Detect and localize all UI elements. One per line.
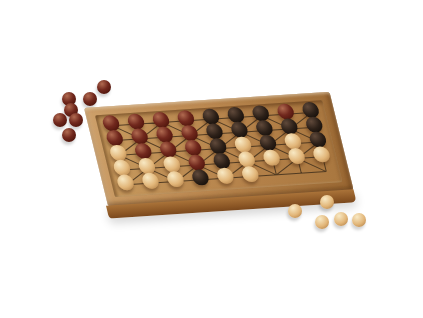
board-pieces-layer [95, 100, 322, 115]
captured-light-piece [334, 212, 348, 226]
product-photo-stage [0, 0, 423, 318]
fanorona-board [84, 92, 357, 220]
captured-light-piece [288, 204, 302, 218]
captured-light-piece [320, 195, 334, 209]
captured-dark-piece [62, 128, 76, 142]
captured-dark-piece [69, 113, 83, 127]
captured-dark-piece [97, 80, 111, 94]
captured-light-piece [315, 215, 329, 229]
captured-dark-piece [83, 92, 97, 106]
board-tray-face [84, 92, 354, 207]
captured-dark-piece [53, 113, 67, 127]
captured-light-piece [352, 213, 366, 227]
board-recessed-panel [95, 100, 343, 197]
